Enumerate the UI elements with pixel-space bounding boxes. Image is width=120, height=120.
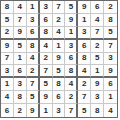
- sudoku-cell-r3c5[interactable]: 4: [53, 27, 66, 40]
- sudoku-cell-r1c9[interactable]: 2: [104, 1, 117, 14]
- sudoku-cell-r7c1[interactable]: 1: [1, 78, 14, 91]
- sudoku-cell-r6c2[interactable]: 6: [14, 65, 27, 78]
- sudoku-cell-r4c3[interactable]: 8: [27, 40, 40, 53]
- sudoku-cell-r1c8[interactable]: 6: [91, 1, 104, 14]
- sudoku-cell-r6c9[interactable]: 9: [104, 65, 117, 78]
- sudoku-cell-r2c3[interactable]: 3: [27, 14, 40, 27]
- sudoku-cell-r8c2[interactable]: 8: [14, 91, 27, 104]
- sudoku-cell-r1c2[interactable]: 4: [14, 1, 27, 14]
- sudoku-cell-r2c8[interactable]: 4: [91, 14, 104, 27]
- sudoku-cell-r5c5[interactable]: 9: [53, 53, 66, 66]
- sudoku-cell-r4c9[interactable]: 7: [104, 40, 117, 53]
- sudoku-cell-r9c6[interactable]: 7: [65, 104, 78, 117]
- sudoku-cell-r4c5[interactable]: 1: [53, 40, 66, 53]
- sudoku-cell-r2c2[interactable]: 7: [14, 14, 27, 27]
- sudoku-cell-r6c5[interactable]: 5: [53, 65, 66, 78]
- sudoku-cell-r7c9[interactable]: 6: [104, 78, 117, 91]
- sudoku-cell-r9c8[interactable]: 8: [91, 104, 104, 117]
- sudoku-cell-r3c1[interactable]: 2: [1, 27, 14, 40]
- sudoku-cell-r3c2[interactable]: 9: [14, 27, 27, 40]
- sudoku-cell-r5c8[interactable]: 5: [91, 53, 104, 66]
- sudoku-cell-r2c5[interactable]: 2: [53, 14, 66, 27]
- sudoku-board: 8413759625736291482968413759584136277142…: [0, 0, 118, 118]
- sudoku-cell-r2c6[interactable]: 9: [65, 14, 78, 27]
- sudoku-cell-r1c5[interactable]: 7: [53, 1, 66, 14]
- sudoku-cell-r4c1[interactable]: 9: [1, 40, 14, 53]
- sudoku-cell-r3c3[interactable]: 6: [27, 27, 40, 40]
- sudoku-cell-r7c3[interactable]: 7: [27, 78, 40, 91]
- sudoku-cell-r1c4[interactable]: 3: [40, 1, 53, 14]
- sudoku-cell-r7c7[interactable]: 2: [78, 78, 91, 91]
- sudoku-cell-r3c7[interactable]: 3: [78, 27, 91, 40]
- sudoku-cell-r8c5[interactable]: 6: [53, 91, 66, 104]
- sudoku-cell-r2c9[interactable]: 8: [104, 14, 117, 27]
- sudoku-cell-r8c7[interactable]: 7: [78, 91, 91, 104]
- sudoku-cell-r6c8[interactable]: 1: [91, 65, 104, 78]
- sudoku-cell-r1c3[interactable]: 1: [27, 1, 40, 14]
- sudoku-cell-r8c4[interactable]: 9: [40, 91, 53, 104]
- sudoku-cell-r5c7[interactable]: 8: [78, 53, 91, 66]
- sudoku-cell-r9c9[interactable]: 4: [104, 104, 117, 117]
- sudoku-cell-r6c4[interactable]: 7: [40, 65, 53, 78]
- sudoku-cell-r9c3[interactable]: 9: [27, 104, 40, 117]
- sudoku-cell-r8c3[interactable]: 5: [27, 91, 40, 104]
- sudoku-cell-r3c8[interactable]: 7: [91, 27, 104, 40]
- sudoku-cell-r2c4[interactable]: 6: [40, 14, 53, 27]
- sudoku-cell-r5c4[interactable]: 2: [40, 53, 53, 66]
- sudoku-cell-r4c4[interactable]: 4: [40, 40, 53, 53]
- sudoku-cell-r4c8[interactable]: 2: [91, 40, 104, 53]
- sudoku-cell-r7c2[interactable]: 3: [14, 78, 27, 91]
- sudoku-cell-r5c1[interactable]: 7: [1, 53, 14, 66]
- sudoku-cell-r1c6[interactable]: 5: [65, 1, 78, 14]
- sudoku-cell-r7c5[interactable]: 8: [53, 78, 66, 91]
- sudoku-cell-r5c3[interactable]: 4: [27, 53, 40, 66]
- sudoku-cell-r2c1[interactable]: 5: [1, 14, 14, 27]
- sudoku-cell-r8c9[interactable]: 1: [104, 91, 117, 104]
- sudoku-cell-r6c7[interactable]: 4: [78, 65, 91, 78]
- sudoku-cell-r7c4[interactable]: 5: [40, 78, 53, 91]
- sudoku-cell-r6c1[interactable]: 3: [1, 65, 14, 78]
- sudoku-cell-r8c1[interactable]: 4: [1, 91, 14, 104]
- sudoku-cell-r5c6[interactable]: 6: [65, 53, 78, 66]
- sudoku-cell-r4c2[interactable]: 5: [14, 40, 27, 53]
- sudoku-cell-r5c2[interactable]: 1: [14, 53, 27, 66]
- sudoku-cell-r8c6[interactable]: 2: [65, 91, 78, 104]
- sudoku-cell-r1c1[interactable]: 8: [1, 1, 14, 14]
- sudoku-cell-r4c6[interactable]: 3: [65, 40, 78, 53]
- sudoku-cell-r5c9[interactable]: 3: [104, 53, 117, 66]
- sudoku-cell-r3c4[interactable]: 8: [40, 27, 53, 40]
- sudoku-cell-r7c8[interactable]: 9: [91, 78, 104, 91]
- sudoku-cell-r2c7[interactable]: 1: [78, 14, 91, 27]
- sudoku-cell-r9c2[interactable]: 2: [14, 104, 27, 117]
- sudoku-cell-r6c3[interactable]: 2: [27, 65, 40, 78]
- sudoku-cell-r9c7[interactable]: 5: [78, 104, 91, 117]
- sudoku-cell-r1c7[interactable]: 9: [78, 1, 91, 14]
- sudoku-cell-r6c6[interactable]: 8: [65, 65, 78, 78]
- sudoku-cell-r4c7[interactable]: 6: [78, 40, 91, 53]
- sudoku-cell-r9c1[interactable]: 6: [1, 104, 14, 117]
- sudoku-cell-r3c9[interactable]: 5: [104, 27, 117, 40]
- sudoku-cell-r9c4[interactable]: 1: [40, 104, 53, 117]
- sudoku-cell-r9c5[interactable]: 3: [53, 104, 66, 117]
- sudoku-cell-r8c8[interactable]: 3: [91, 91, 104, 104]
- sudoku-cell-r7c6[interactable]: 4: [65, 78, 78, 91]
- sudoku-cell-r3c6[interactable]: 1: [65, 27, 78, 40]
